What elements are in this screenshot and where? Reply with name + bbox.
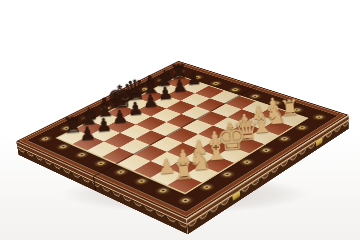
piece-dark-pawn: ♟ [72, 123, 102, 144]
screenshot-root: ♜♞♝♚♛♝♞♜♟♟♟♟♟♟♟♟♟♟♟♟♟♟♟♟♜♞♝♚♛♝♞♜ [0, 0, 360, 240]
piece-light-rook: ♜ [167, 158, 200, 185]
scene: ♜♞♝♚♛♝♞♜♟♟♟♟♟♟♟♟♟♟♟♟♟♟♟♟♜♞♝♚♛♝♞♜ [0, 0, 360, 240]
chess-box: ♜♞♝♚♛♝♞♜♟♟♟♟♟♟♟♟♟♟♟♟♟♟♟♟♜♞♝♚♛♝♞♜ [16, 61, 349, 219]
